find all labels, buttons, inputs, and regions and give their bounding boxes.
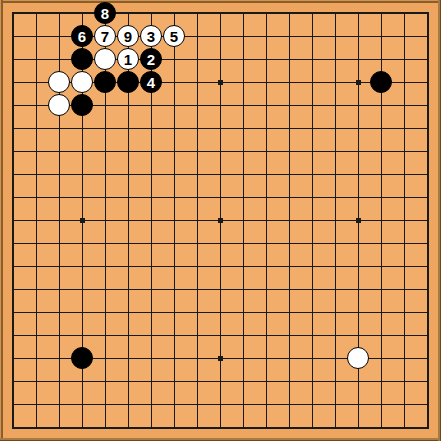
intersection[interactable]: [25, 25, 48, 48]
intersection[interactable]: [117, 370, 140, 393]
intersection[interactable]: [370, 232, 393, 255]
intersection[interactable]: [209, 2, 232, 25]
intersection[interactable]: [71, 232, 94, 255]
intersection[interactable]: [393, 25, 416, 48]
intersection[interactable]: [278, 140, 301, 163]
intersection[interactable]: [301, 48, 324, 71]
intersection[interactable]: [117, 140, 140, 163]
intersection[interactable]: [209, 278, 232, 301]
intersection[interactable]: [94, 140, 117, 163]
intersection[interactable]: [278, 255, 301, 278]
intersection[interactable]: [232, 232, 255, 255]
intersection[interactable]: [416, 301, 439, 324]
intersection[interactable]: [416, 255, 439, 278]
intersection[interactable]: [347, 48, 370, 71]
intersection[interactable]: [48, 71, 71, 94]
intersection[interactable]: [25, 255, 48, 278]
intersection[interactable]: [416, 416, 439, 439]
intersection[interactable]: [370, 301, 393, 324]
intersection[interactable]: [140, 117, 163, 140]
intersection[interactable]: [370, 163, 393, 186]
intersection[interactable]: [301, 255, 324, 278]
intersection[interactable]: [324, 209, 347, 232]
intersection[interactable]: [25, 140, 48, 163]
intersection[interactable]: [140, 209, 163, 232]
intersection[interactable]: [186, 71, 209, 94]
intersection[interactable]: [94, 278, 117, 301]
intersection[interactable]: [301, 209, 324, 232]
intersection[interactable]: [393, 117, 416, 140]
intersection[interactable]: 3: [140, 25, 163, 48]
intersection[interactable]: [278, 48, 301, 71]
intersection[interactable]: [186, 25, 209, 48]
intersection[interactable]: [255, 71, 278, 94]
intersection[interactable]: 2: [140, 48, 163, 71]
intersection[interactable]: [324, 393, 347, 416]
intersection[interactable]: [117, 301, 140, 324]
intersection[interactable]: [186, 301, 209, 324]
intersection[interactable]: 9: [117, 25, 140, 48]
intersection[interactable]: [2, 48, 25, 71]
intersection[interactable]: [232, 370, 255, 393]
intersection[interactable]: [370, 48, 393, 71]
intersection[interactable]: [94, 186, 117, 209]
intersection[interactable]: [416, 2, 439, 25]
intersection[interactable]: [301, 25, 324, 48]
intersection[interactable]: [48, 94, 71, 117]
intersection[interactable]: [278, 117, 301, 140]
intersection[interactable]: [324, 232, 347, 255]
intersection[interactable]: [278, 163, 301, 186]
intersection[interactable]: [324, 301, 347, 324]
intersection[interactable]: [301, 370, 324, 393]
intersection[interactable]: [71, 278, 94, 301]
intersection[interactable]: [370, 94, 393, 117]
intersection[interactable]: [25, 370, 48, 393]
intersection[interactable]: [324, 48, 347, 71]
intersection[interactable]: 1: [117, 48, 140, 71]
intersection[interactable]: [416, 71, 439, 94]
intersection[interactable]: [255, 94, 278, 117]
intersection[interactable]: [232, 94, 255, 117]
intersection[interactable]: [186, 347, 209, 370]
intersection[interactable]: [255, 117, 278, 140]
intersection[interactable]: [48, 347, 71, 370]
intersection[interactable]: [117, 232, 140, 255]
intersection[interactable]: [48, 278, 71, 301]
intersection[interactable]: [2, 255, 25, 278]
intersection[interactable]: [301, 232, 324, 255]
intersection[interactable]: [278, 393, 301, 416]
intersection[interactable]: [2, 71, 25, 94]
intersection[interactable]: [347, 255, 370, 278]
intersection[interactable]: [232, 48, 255, 71]
intersection[interactable]: [209, 117, 232, 140]
intersection[interactable]: [48, 416, 71, 439]
intersection[interactable]: [117, 186, 140, 209]
intersection[interactable]: [140, 347, 163, 370]
intersection[interactable]: [393, 48, 416, 71]
intersection[interactable]: [347, 186, 370, 209]
intersection[interactable]: [370, 71, 393, 94]
intersection[interactable]: [186, 416, 209, 439]
intersection[interactable]: [324, 186, 347, 209]
intersection[interactable]: [324, 416, 347, 439]
intersection[interactable]: [255, 48, 278, 71]
intersection[interactable]: [416, 209, 439, 232]
intersection[interactable]: [278, 347, 301, 370]
intersection[interactable]: [163, 416, 186, 439]
intersection[interactable]: [255, 255, 278, 278]
intersection[interactable]: [2, 370, 25, 393]
intersection[interactable]: [255, 347, 278, 370]
intersection[interactable]: [255, 25, 278, 48]
intersection[interactable]: [163, 278, 186, 301]
intersection[interactable]: [117, 117, 140, 140]
intersection[interactable]: [347, 347, 370, 370]
intersection[interactable]: [209, 255, 232, 278]
intersection[interactable]: [163, 324, 186, 347]
intersection[interactable]: [232, 301, 255, 324]
intersection[interactable]: [140, 186, 163, 209]
intersection[interactable]: [209, 163, 232, 186]
intersection[interactable]: [48, 232, 71, 255]
intersection[interactable]: [140, 140, 163, 163]
intersection[interactable]: [416, 117, 439, 140]
intersection[interactable]: [416, 347, 439, 370]
intersection[interactable]: [232, 278, 255, 301]
intersection[interactable]: [71, 347, 94, 370]
intersection[interactable]: [393, 324, 416, 347]
intersection[interactable]: [347, 324, 370, 347]
intersection[interactable]: [186, 232, 209, 255]
intersection[interactable]: [278, 25, 301, 48]
intersection[interactable]: [347, 25, 370, 48]
intersection[interactable]: [278, 370, 301, 393]
intersection[interactable]: [209, 25, 232, 48]
intersection[interactable]: [255, 370, 278, 393]
intersection[interactable]: [71, 209, 94, 232]
intersection[interactable]: [2, 416, 25, 439]
intersection[interactable]: [2, 347, 25, 370]
intersection[interactable]: [370, 347, 393, 370]
intersection[interactable]: [71, 370, 94, 393]
intersection[interactable]: [301, 393, 324, 416]
intersection[interactable]: [94, 209, 117, 232]
intersection[interactable]: [48, 301, 71, 324]
intersection[interactable]: [255, 393, 278, 416]
intersection[interactable]: [209, 232, 232, 255]
intersection[interactable]: [48, 255, 71, 278]
intersection[interactable]: [301, 140, 324, 163]
intersection[interactable]: [324, 370, 347, 393]
intersection[interactable]: [48, 140, 71, 163]
intersection[interactable]: [25, 117, 48, 140]
intersection[interactable]: [393, 232, 416, 255]
intersection[interactable]: [71, 301, 94, 324]
intersection[interactable]: [25, 393, 48, 416]
intersection[interactable]: [255, 416, 278, 439]
intersection[interactable]: [347, 393, 370, 416]
intersection[interactable]: [94, 301, 117, 324]
intersection[interactable]: [278, 301, 301, 324]
intersection[interactable]: [278, 186, 301, 209]
intersection[interactable]: [186, 278, 209, 301]
intersection[interactable]: [301, 163, 324, 186]
intersection[interactable]: [393, 278, 416, 301]
intersection[interactable]: [117, 2, 140, 25]
intersection[interactable]: [94, 117, 117, 140]
intersection[interactable]: [140, 2, 163, 25]
intersection[interactable]: [2, 393, 25, 416]
intersection[interactable]: [94, 255, 117, 278]
intersection[interactable]: [163, 117, 186, 140]
intersection[interactable]: [370, 25, 393, 48]
intersection[interactable]: [232, 25, 255, 48]
intersection[interactable]: [186, 140, 209, 163]
intersection[interactable]: [117, 324, 140, 347]
intersection[interactable]: [71, 94, 94, 117]
intersection[interactable]: [370, 255, 393, 278]
intersection[interactable]: [324, 25, 347, 48]
intersection[interactable]: [71, 48, 94, 71]
intersection[interactable]: [278, 324, 301, 347]
intersection[interactable]: [163, 140, 186, 163]
intersection[interactable]: [2, 209, 25, 232]
intersection[interactable]: [278, 209, 301, 232]
intersection[interactable]: [232, 117, 255, 140]
intersection[interactable]: [347, 209, 370, 232]
intersection[interactable]: [255, 278, 278, 301]
intersection[interactable]: [209, 301, 232, 324]
intersection[interactable]: [393, 393, 416, 416]
intersection[interactable]: [117, 209, 140, 232]
intersection[interactable]: [71, 324, 94, 347]
intersection[interactable]: [71, 117, 94, 140]
intersection[interactable]: [163, 48, 186, 71]
intersection[interactable]: [416, 370, 439, 393]
intersection[interactable]: [163, 163, 186, 186]
intersection[interactable]: [301, 301, 324, 324]
intersection[interactable]: [301, 347, 324, 370]
intersection[interactable]: [278, 416, 301, 439]
intersection[interactable]: [209, 48, 232, 71]
intersection[interactable]: [393, 94, 416, 117]
intersection[interactable]: [416, 393, 439, 416]
intersection[interactable]: [255, 232, 278, 255]
intersection[interactable]: [324, 324, 347, 347]
intersection[interactable]: [186, 370, 209, 393]
intersection[interactable]: [232, 393, 255, 416]
intersection[interactable]: [71, 2, 94, 25]
intersection[interactable]: [255, 186, 278, 209]
intersection[interactable]: [232, 71, 255, 94]
intersection[interactable]: [163, 94, 186, 117]
intersection[interactable]: [25, 48, 48, 71]
intersection[interactable]: [209, 370, 232, 393]
intersection[interactable]: [163, 347, 186, 370]
intersection[interactable]: [232, 140, 255, 163]
intersection[interactable]: [94, 416, 117, 439]
intersection[interactable]: [71, 186, 94, 209]
intersection[interactable]: [209, 347, 232, 370]
intersection[interactable]: [324, 255, 347, 278]
intersection[interactable]: [370, 186, 393, 209]
intersection[interactable]: [301, 278, 324, 301]
intersection[interactable]: [71, 255, 94, 278]
intersection[interactable]: [186, 324, 209, 347]
intersection[interactable]: [393, 209, 416, 232]
intersection[interactable]: [163, 301, 186, 324]
intersection[interactable]: [278, 2, 301, 25]
intersection[interactable]: [48, 324, 71, 347]
intersection[interactable]: [209, 416, 232, 439]
intersection[interactable]: [347, 71, 370, 94]
intersection[interactable]: [71, 140, 94, 163]
intersection[interactable]: [324, 163, 347, 186]
intersection[interactable]: [2, 94, 25, 117]
intersection[interactable]: [393, 163, 416, 186]
intersection[interactable]: 8: [94, 2, 117, 25]
intersection[interactable]: [347, 94, 370, 117]
intersection[interactable]: [186, 209, 209, 232]
intersection[interactable]: [25, 163, 48, 186]
intersection[interactable]: [393, 140, 416, 163]
intersection[interactable]: [186, 186, 209, 209]
intersection[interactable]: [25, 416, 48, 439]
intersection[interactable]: [301, 71, 324, 94]
intersection[interactable]: [278, 232, 301, 255]
intersection[interactable]: [163, 255, 186, 278]
intersection[interactable]: [71, 393, 94, 416]
intersection[interactable]: [117, 94, 140, 117]
intersection[interactable]: [209, 94, 232, 117]
intersection[interactable]: [48, 48, 71, 71]
intersection[interactable]: [370, 209, 393, 232]
intersection[interactable]: [71, 416, 94, 439]
intersection[interactable]: [232, 2, 255, 25]
intersection[interactable]: [370, 2, 393, 25]
intersection[interactable]: [301, 186, 324, 209]
intersection[interactable]: [140, 94, 163, 117]
intersection[interactable]: [278, 94, 301, 117]
intersection[interactable]: [163, 186, 186, 209]
intersection[interactable]: [94, 94, 117, 117]
intersection[interactable]: [140, 232, 163, 255]
intersection[interactable]: [232, 416, 255, 439]
intersection[interactable]: [2, 324, 25, 347]
intersection[interactable]: [48, 25, 71, 48]
intersection[interactable]: [347, 2, 370, 25]
intersection[interactable]: [209, 393, 232, 416]
intersection[interactable]: [232, 163, 255, 186]
intersection[interactable]: [416, 94, 439, 117]
intersection[interactable]: [163, 2, 186, 25]
intersection[interactable]: [186, 393, 209, 416]
intersection[interactable]: [232, 324, 255, 347]
intersection[interactable]: [255, 301, 278, 324]
intersection[interactable]: [94, 324, 117, 347]
intersection[interactable]: 6: [71, 25, 94, 48]
intersection[interactable]: [71, 71, 94, 94]
intersection[interactable]: [324, 140, 347, 163]
intersection[interactable]: [186, 48, 209, 71]
intersection[interactable]: [186, 255, 209, 278]
intersection[interactable]: [347, 117, 370, 140]
intersection[interactable]: [140, 393, 163, 416]
intersection[interactable]: [2, 2, 25, 25]
intersection[interactable]: [393, 370, 416, 393]
intersection[interactable]: [370, 140, 393, 163]
intersection[interactable]: [416, 278, 439, 301]
intersection[interactable]: [232, 209, 255, 232]
intersection[interactable]: [48, 209, 71, 232]
intersection[interactable]: [255, 140, 278, 163]
intersection[interactable]: [2, 163, 25, 186]
intersection[interactable]: [163, 209, 186, 232]
intersection[interactable]: [94, 163, 117, 186]
intersection[interactable]: [163, 232, 186, 255]
intersection[interactable]: [140, 255, 163, 278]
intersection[interactable]: [209, 71, 232, 94]
intersection[interactable]: [25, 71, 48, 94]
intersection[interactable]: [94, 232, 117, 255]
intersection[interactable]: [163, 370, 186, 393]
intersection[interactable]: [255, 163, 278, 186]
intersection[interactable]: [301, 2, 324, 25]
intersection[interactable]: [416, 140, 439, 163]
intersection[interactable]: [94, 347, 117, 370]
intersection[interactable]: [393, 186, 416, 209]
intersection[interactable]: [324, 117, 347, 140]
intersection[interactable]: [324, 2, 347, 25]
intersection[interactable]: [140, 301, 163, 324]
intersection[interactable]: [25, 186, 48, 209]
intersection[interactable]: [48, 393, 71, 416]
intersection[interactable]: [140, 324, 163, 347]
intersection[interactable]: 7: [94, 25, 117, 48]
intersection[interactable]: [140, 163, 163, 186]
intersection[interactable]: [117, 255, 140, 278]
intersection[interactable]: [94, 370, 117, 393]
intersection[interactable]: [324, 278, 347, 301]
intersection[interactable]: [2, 278, 25, 301]
intersection[interactable]: [324, 94, 347, 117]
intersection[interactable]: [393, 347, 416, 370]
intersection[interactable]: [48, 2, 71, 25]
intersection[interactable]: [2, 186, 25, 209]
intersection[interactable]: [301, 94, 324, 117]
intersection[interactable]: [278, 71, 301, 94]
intersection[interactable]: [186, 117, 209, 140]
intersection[interactable]: [393, 416, 416, 439]
intersection[interactable]: [416, 163, 439, 186]
intersection[interactable]: [324, 347, 347, 370]
intersection[interactable]: [370, 117, 393, 140]
intersection[interactable]: [25, 278, 48, 301]
intersection[interactable]: [94, 48, 117, 71]
intersection[interactable]: [278, 278, 301, 301]
intersection[interactable]: [25, 2, 48, 25]
intersection[interactable]: [370, 393, 393, 416]
intersection[interactable]: [186, 94, 209, 117]
intersection[interactable]: [25, 209, 48, 232]
intersection[interactable]: [301, 324, 324, 347]
intersection[interactable]: [2, 301, 25, 324]
intersection[interactable]: [347, 370, 370, 393]
intersection[interactable]: [117, 71, 140, 94]
intersection[interactable]: [416, 232, 439, 255]
